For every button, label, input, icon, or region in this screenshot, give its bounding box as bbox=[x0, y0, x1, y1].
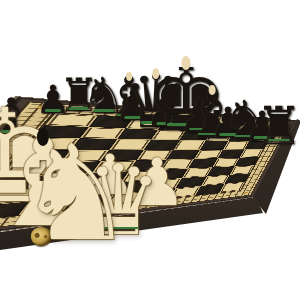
black-king-finial bbox=[181, 56, 190, 70]
white-knight: ♞ bbox=[0, 129, 155, 261]
pieces-layer: ♜♟♞♝♟♛♟♚♟♝♝♟♞♟♜♟♚♟♝♛♞ bbox=[0, 0, 300, 300]
black-rook: ♜ bbox=[247, 100, 300, 153]
black-rook-felt-base bbox=[268, 139, 290, 142]
product-photo-canvas: ♜♟♞♝♟♛♟♚♟♝♝♟♞♟♜♟♚♟♝♛♞ bbox=[0, 0, 300, 300]
